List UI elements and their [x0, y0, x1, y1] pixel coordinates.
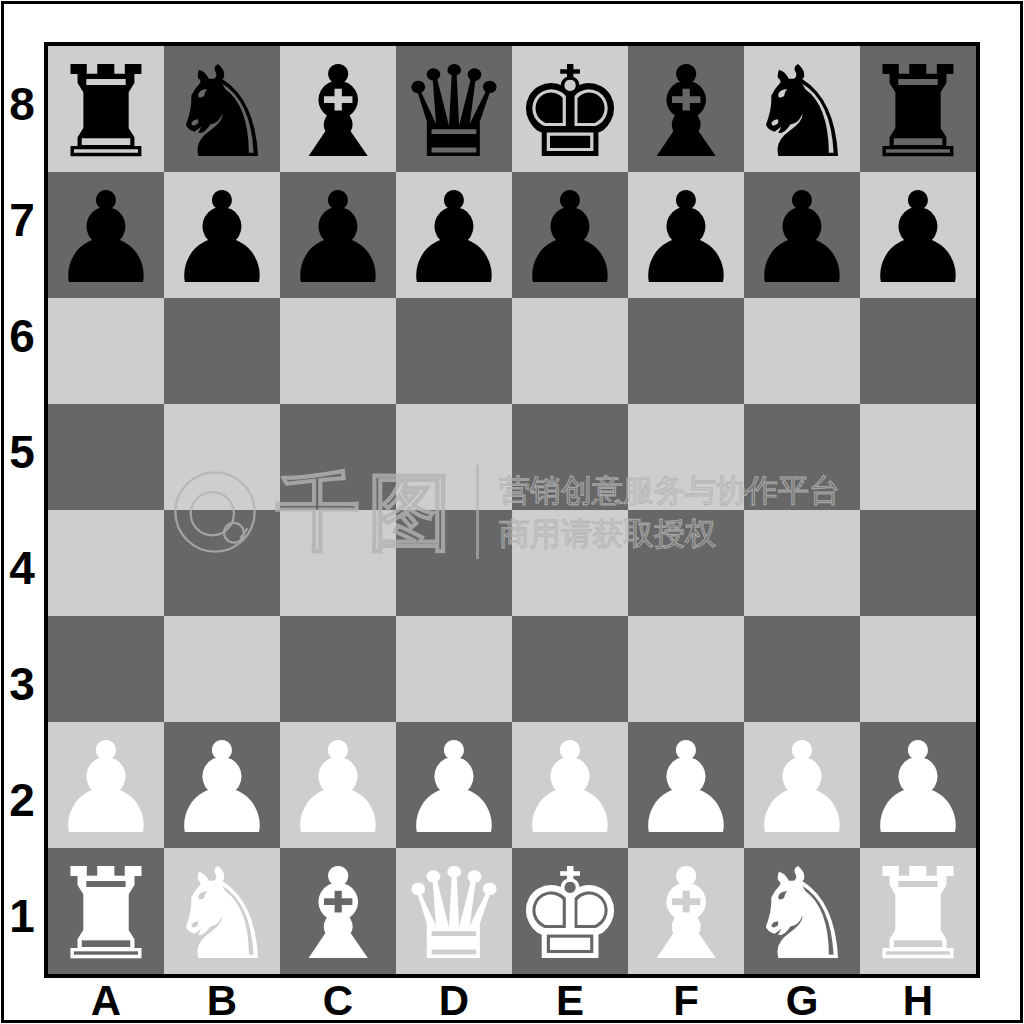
piece-black-knight-b8: ♞ [166, 50, 279, 176]
piece-white-bishop-c1: ♝ [282, 852, 395, 978]
square-e3[interactable] [512, 616, 628, 722]
square-f1[interactable]: ♝ [628, 848, 744, 974]
file-label-a: A [48, 980, 164, 1022]
square-b8[interactable]: ♞ [164, 46, 280, 172]
square-c7[interactable]: ♟ [280, 172, 396, 298]
square-f3[interactable] [628, 616, 744, 722]
square-a1[interactable]: ♜ [48, 848, 164, 974]
square-d1[interactable]: ♛ [396, 848, 512, 974]
square-a4[interactable] [48, 510, 164, 616]
square-a3[interactable] [48, 616, 164, 722]
square-b3[interactable] [164, 616, 280, 722]
square-a5[interactable] [48, 404, 164, 510]
file-label-e: E [512, 980, 628, 1022]
square-h7[interactable]: ♟ [860, 172, 976, 298]
piece-white-knight-g1: ♞ [746, 852, 859, 978]
piece-black-pawn-b7: ♟ [166, 176, 279, 302]
square-d3[interactable] [396, 616, 512, 722]
piece-black-rook-h8: ♜ [862, 50, 975, 176]
piece-white-pawn-a2: ♟ [50, 726, 163, 852]
piece-black-pawn-d7: ♟ [398, 176, 511, 302]
piece-white-rook-a1: ♜ [50, 852, 163, 978]
square-a7[interactable]: ♟ [48, 172, 164, 298]
square-d8[interactable]: ♛ [396, 46, 512, 172]
square-e5[interactable] [512, 404, 628, 510]
square-h2[interactable]: ♟ [860, 722, 976, 848]
square-f2[interactable]: ♟ [628, 722, 744, 848]
square-e2[interactable]: ♟ [512, 722, 628, 848]
piece-black-pawn-f7: ♟ [630, 176, 743, 302]
piece-white-pawn-d2: ♟ [398, 726, 511, 852]
square-c5[interactable] [280, 404, 396, 510]
square-e4[interactable] [512, 510, 628, 616]
square-c2[interactable]: ♟ [280, 722, 396, 848]
file-labels: ABCDEFGH [48, 980, 976, 1022]
square-g7[interactable]: ♟ [744, 172, 860, 298]
file-label-g: G [744, 980, 860, 1022]
square-d6[interactable] [396, 298, 512, 404]
square-a8[interactable]: ♜ [48, 46, 164, 172]
square-e8[interactable]: ♚ [512, 46, 628, 172]
square-g2[interactable]: ♟ [744, 722, 860, 848]
file-label-c: C [280, 980, 396, 1022]
rank-label-2: 2 [0, 742, 44, 858]
square-h6[interactable] [860, 298, 976, 404]
square-b6[interactable] [164, 298, 280, 404]
rank-label-4: 4 [0, 510, 44, 626]
rank-label-6: 6 [0, 278, 44, 394]
piece-white-queen-d1: ♛ [398, 852, 511, 978]
square-g4[interactable] [744, 510, 860, 616]
square-f5[interactable] [628, 404, 744, 510]
piece-white-pawn-e2: ♟ [514, 726, 627, 852]
square-h4[interactable] [860, 510, 976, 616]
file-label-b: B [164, 980, 280, 1022]
square-g3[interactable] [744, 616, 860, 722]
piece-black-bishop-f8: ♝ [630, 50, 743, 176]
square-c6[interactable] [280, 298, 396, 404]
piece-white-pawn-f2: ♟ [630, 726, 743, 852]
square-e1[interactable]: ♚ [512, 848, 628, 974]
rank-label-7: 7 [0, 162, 44, 278]
square-h3[interactable] [860, 616, 976, 722]
piece-black-pawn-c7: ♟ [282, 176, 395, 302]
square-h8[interactable]: ♜ [860, 46, 976, 172]
square-h5[interactable] [860, 404, 976, 510]
piece-white-pawn-b2: ♟ [166, 726, 279, 852]
square-b5[interactable] [164, 404, 280, 510]
piece-black-pawn-g7: ♟ [746, 176, 859, 302]
square-c3[interactable] [280, 616, 396, 722]
square-b1[interactable]: ♞ [164, 848, 280, 974]
square-f6[interactable] [628, 298, 744, 404]
square-c4[interactable] [280, 510, 396, 616]
piece-black-bishop-c8: ♝ [282, 50, 395, 176]
piece-black-pawn-h7: ♟ [862, 176, 975, 302]
square-g8[interactable]: ♞ [744, 46, 860, 172]
rank-label-3: 3 [0, 626, 44, 742]
file-label-f: F [628, 980, 744, 1022]
piece-white-rook-h1: ♜ [862, 852, 975, 978]
square-a2[interactable]: ♟ [48, 722, 164, 848]
piece-black-queen-d8: ♛ [398, 50, 511, 176]
rank-label-1: 1 [0, 858, 44, 974]
square-b2[interactable]: ♟ [164, 722, 280, 848]
square-e6[interactable] [512, 298, 628, 404]
piece-black-knight-g8: ♞ [746, 50, 859, 176]
chess-board: ♜♞♝♛♚♝♞♜♟♟♟♟♟♟♟♟♟♟♟♟♟♟♟♟♜♞♝♛♚♝♞♜ [44, 42, 980, 978]
square-f7[interactable]: ♟ [628, 172, 744, 298]
square-h1[interactable]: ♜ [860, 848, 976, 974]
piece-black-king-e8: ♚ [514, 50, 627, 176]
square-g1[interactable]: ♞ [744, 848, 860, 974]
square-d4[interactable] [396, 510, 512, 616]
square-e7[interactable]: ♟ [512, 172, 628, 298]
piece-white-pawn-g2: ♟ [746, 726, 859, 852]
piece-white-pawn-c2: ♟ [282, 726, 395, 852]
rank-label-8: 8 [0, 46, 44, 162]
rank-labels: 87654321 [0, 46, 44, 974]
square-b7[interactable]: ♟ [164, 172, 280, 298]
square-c8[interactable]: ♝ [280, 46, 396, 172]
piece-black-pawn-a7: ♟ [50, 176, 163, 302]
file-label-d: D [396, 980, 512, 1022]
rank-label-5: 5 [0, 394, 44, 510]
piece-white-knight-b1: ♞ [166, 852, 279, 978]
piece-white-pawn-h2: ♟ [862, 726, 975, 852]
square-g5[interactable] [744, 404, 860, 510]
square-d5[interactable] [396, 404, 512, 510]
piece-black-rook-a8: ♜ [50, 50, 163, 176]
square-d2[interactable]: ♟ [396, 722, 512, 848]
page: 87654321 ♜♞♝♛♚♝♞♜♟♟♟♟♟♟♟♟♟♟♟♟♟♟♟♟♜♞♝♛♚♝♞… [0, 0, 1024, 1024]
square-g6[interactable] [744, 298, 860, 404]
piece-white-king-e1: ♚ [514, 852, 627, 978]
file-label-h: H [860, 980, 976, 1022]
square-f4[interactable] [628, 510, 744, 616]
square-f8[interactable]: ♝ [628, 46, 744, 172]
square-c1[interactable]: ♝ [280, 848, 396, 974]
piece-black-pawn-e7: ♟ [514, 176, 627, 302]
piece-white-bishop-f1: ♝ [630, 852, 743, 978]
square-a6[interactable] [48, 298, 164, 404]
square-d7[interactable]: ♟ [396, 172, 512, 298]
square-b4[interactable] [164, 510, 280, 616]
